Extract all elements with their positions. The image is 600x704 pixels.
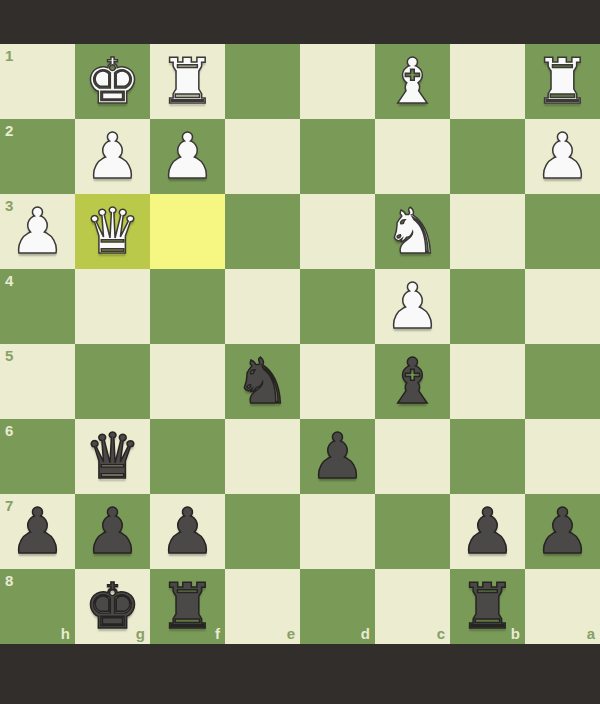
file-label-c: c [437, 626, 445, 641]
square-e1[interactable] [225, 44, 300, 119]
app-screen: 1♚♜♝♜2♟♟♟3♟♛♞4♟5♞♝6♛♟7♟♟♟♟♟8hg♚f♜edcb♜a [0, 0, 600, 704]
piece-white-pawn[interactable]: ♟ [375, 269, 450, 344]
square-d5[interactable] [300, 344, 375, 419]
square-d6[interactable]: ♟ [300, 419, 375, 494]
file-label-d: d [361, 626, 370, 641]
square-b7[interactable]: ♟ [450, 494, 525, 569]
piece-white-queen[interactable]: ♛ [75, 194, 150, 269]
piece-white-bishop[interactable]: ♝ [375, 44, 450, 119]
piece-black-king[interactable]: ♚ [75, 569, 150, 644]
square-c1[interactable]: ♝ [375, 44, 450, 119]
square-g7[interactable]: ♟ [75, 494, 150, 569]
square-g1[interactable]: ♚ [75, 44, 150, 119]
square-h5[interactable]: 5 [0, 344, 75, 419]
piece-black-pawn[interactable]: ♟ [0, 494, 75, 569]
rank-label-8: 8 [5, 573, 13, 588]
square-a3[interactable] [525, 194, 600, 269]
square-d3[interactable] [300, 194, 375, 269]
square-e3[interactable] [225, 194, 300, 269]
square-c8[interactable]: c [375, 569, 450, 644]
square-f4[interactable] [150, 269, 225, 344]
piece-black-bishop[interactable]: ♝ [375, 344, 450, 419]
piece-black-pawn[interactable]: ♟ [300, 419, 375, 494]
piece-white-pawn[interactable]: ♟ [75, 119, 150, 194]
square-d8[interactable]: d [300, 569, 375, 644]
square-f8[interactable]: f♜ [150, 569, 225, 644]
square-h8[interactable]: 8h [0, 569, 75, 644]
square-g5[interactable] [75, 344, 150, 419]
square-e5[interactable]: ♞ [225, 344, 300, 419]
square-g8[interactable]: g♚ [75, 569, 150, 644]
piece-white-rook[interactable]: ♜ [525, 44, 600, 119]
square-c2[interactable] [375, 119, 450, 194]
square-h3[interactable]: 3♟ [0, 194, 75, 269]
square-g2[interactable]: ♟ [75, 119, 150, 194]
square-a7[interactable]: ♟ [525, 494, 600, 569]
square-c6[interactable] [375, 419, 450, 494]
square-b3[interactable] [450, 194, 525, 269]
piece-white-pawn[interactable]: ♟ [150, 119, 225, 194]
square-f5[interactable] [150, 344, 225, 419]
square-c5[interactable]: ♝ [375, 344, 450, 419]
square-d2[interactable] [300, 119, 375, 194]
rank-label-2: 2 [5, 123, 13, 138]
file-label-h: h [61, 626, 70, 641]
square-g3[interactable]: ♛ [75, 194, 150, 269]
file-label-e: e [287, 626, 295, 641]
square-e4[interactable] [225, 269, 300, 344]
square-a5[interactable] [525, 344, 600, 419]
rank-label-4: 4 [5, 273, 13, 288]
square-a2[interactable]: ♟ [525, 119, 600, 194]
square-e7[interactable] [225, 494, 300, 569]
square-h7[interactable]: 7♟ [0, 494, 75, 569]
chess-board: 1♚♜♝♜2♟♟♟3♟♛♞4♟5♞♝6♛♟7♟♟♟♟♟8hg♚f♜edcb♜a [0, 44, 600, 644]
square-c4[interactable]: ♟ [375, 269, 450, 344]
square-h2[interactable]: 2 [0, 119, 75, 194]
square-a4[interactable] [525, 269, 600, 344]
square-h6[interactable]: 6 [0, 419, 75, 494]
square-e6[interactable] [225, 419, 300, 494]
piece-black-pawn[interactable]: ♟ [450, 494, 525, 569]
square-e2[interactable] [225, 119, 300, 194]
square-c7[interactable] [375, 494, 450, 569]
square-b6[interactable] [450, 419, 525, 494]
piece-white-pawn[interactable]: ♟ [0, 194, 75, 269]
square-b1[interactable] [450, 44, 525, 119]
top-bar [0, 0, 600, 44]
rank-label-1: 1 [5, 48, 13, 63]
rank-label-6: 6 [5, 423, 13, 438]
square-f3[interactable] [150, 194, 225, 269]
square-f7[interactable]: ♟ [150, 494, 225, 569]
square-f2[interactable]: ♟ [150, 119, 225, 194]
square-g6[interactable]: ♛ [75, 419, 150, 494]
square-d4[interactable] [300, 269, 375, 344]
square-a1[interactable]: ♜ [525, 44, 600, 119]
rank-label-5: 5 [5, 348, 13, 363]
square-b8[interactable]: b♜ [450, 569, 525, 644]
square-h1[interactable]: 1 [0, 44, 75, 119]
piece-white-knight[interactable]: ♞ [375, 194, 450, 269]
square-e8[interactable]: e [225, 569, 300, 644]
piece-black-pawn[interactable]: ♟ [525, 494, 600, 569]
piece-black-pawn[interactable]: ♟ [75, 494, 150, 569]
square-f1[interactable]: ♜ [150, 44, 225, 119]
square-d7[interactable] [300, 494, 375, 569]
file-label-a: a [587, 626, 595, 641]
square-f6[interactable] [150, 419, 225, 494]
piece-black-rook[interactable]: ♜ [450, 569, 525, 644]
square-a6[interactable] [525, 419, 600, 494]
piece-white-king[interactable]: ♚ [75, 44, 150, 119]
square-a8[interactable]: a [525, 569, 600, 644]
square-h4[interactable]: 4 [0, 269, 75, 344]
piece-black-rook[interactable]: ♜ [150, 569, 225, 644]
piece-white-rook[interactable]: ♜ [150, 44, 225, 119]
piece-white-pawn[interactable]: ♟ [525, 119, 600, 194]
piece-black-queen[interactable]: ♛ [75, 419, 150, 494]
square-b4[interactable] [450, 269, 525, 344]
square-g4[interactable] [75, 269, 150, 344]
square-b5[interactable] [450, 344, 525, 419]
piece-black-pawn[interactable]: ♟ [150, 494, 225, 569]
square-b2[interactable] [450, 119, 525, 194]
square-c3[interactable]: ♞ [375, 194, 450, 269]
square-d1[interactable] [300, 44, 375, 119]
bottom-bar [0, 644, 600, 704]
piece-black-knight[interactable]: ♞ [225, 344, 300, 419]
